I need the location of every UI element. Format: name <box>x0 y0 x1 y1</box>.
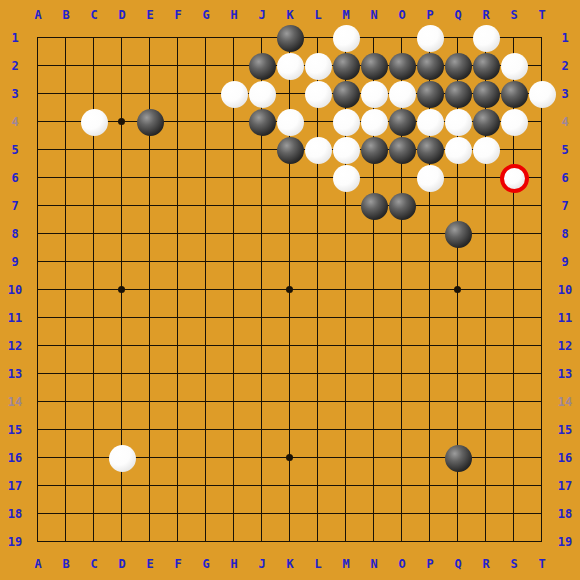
intersection-J8[interactable] <box>248 220 276 248</box>
intersection-M15[interactable] <box>332 416 360 444</box>
intersection-G17[interactable] <box>192 472 220 500</box>
intersection-K6[interactable] <box>276 164 304 192</box>
intersection-D8[interactable] <box>108 220 136 248</box>
intersection-E14[interactable] <box>136 388 164 416</box>
intersection-N10[interactable] <box>360 276 388 304</box>
intersection-S6[interactable] <box>500 164 528 192</box>
intersection-P12[interactable] <box>416 332 444 360</box>
intersection-E6[interactable] <box>136 164 164 192</box>
intersection-T10[interactable] <box>528 276 556 304</box>
intersection-R5[interactable] <box>472 136 500 164</box>
intersection-N19[interactable] <box>360 528 388 556</box>
intersection-L6[interactable] <box>304 164 332 192</box>
intersection-K15[interactable] <box>276 416 304 444</box>
intersection-F9[interactable] <box>164 248 192 276</box>
intersection-F1[interactable] <box>164 24 192 52</box>
intersection-M13[interactable] <box>332 360 360 388</box>
intersection-F18[interactable] <box>164 500 192 528</box>
intersection-B7[interactable] <box>52 192 80 220</box>
intersection-F10[interactable] <box>164 276 192 304</box>
intersection-P1[interactable] <box>416 24 444 52</box>
intersection-G9[interactable] <box>192 248 220 276</box>
intersection-A9[interactable] <box>24 248 52 276</box>
intersection-H7[interactable] <box>220 192 248 220</box>
intersection-H2[interactable] <box>220 52 248 80</box>
intersection-N14[interactable] <box>360 388 388 416</box>
intersection-J18[interactable] <box>248 500 276 528</box>
intersection-M12[interactable] <box>332 332 360 360</box>
intersection-H10[interactable] <box>220 276 248 304</box>
intersection-H1[interactable] <box>220 24 248 52</box>
intersection-D18[interactable] <box>108 500 136 528</box>
intersection-O3[interactable] <box>388 80 416 108</box>
intersection-R14[interactable] <box>472 388 500 416</box>
intersection-P3[interactable] <box>416 80 444 108</box>
intersection-S12[interactable] <box>500 332 528 360</box>
intersection-P17[interactable] <box>416 472 444 500</box>
intersection-D6[interactable] <box>108 164 136 192</box>
intersection-C9[interactable] <box>80 248 108 276</box>
intersection-J10[interactable] <box>248 276 276 304</box>
intersection-M17[interactable] <box>332 472 360 500</box>
intersection-T3[interactable] <box>528 80 556 108</box>
intersection-M1[interactable] <box>332 24 360 52</box>
intersection-A7[interactable] <box>24 192 52 220</box>
intersection-L3[interactable] <box>304 80 332 108</box>
intersection-K13[interactable] <box>276 360 304 388</box>
intersection-S11[interactable] <box>500 304 528 332</box>
intersection-K9[interactable] <box>276 248 304 276</box>
intersection-L14[interactable] <box>304 388 332 416</box>
intersection-A5[interactable] <box>24 136 52 164</box>
intersection-F14[interactable] <box>164 388 192 416</box>
intersection-A8[interactable] <box>24 220 52 248</box>
intersection-F13[interactable] <box>164 360 192 388</box>
intersection-M4[interactable] <box>332 108 360 136</box>
intersection-P15[interactable] <box>416 416 444 444</box>
intersection-L19[interactable] <box>304 528 332 556</box>
intersection-P13[interactable] <box>416 360 444 388</box>
intersection-B4[interactable] <box>52 108 80 136</box>
intersection-T2[interactable] <box>528 52 556 80</box>
intersection-F12[interactable] <box>164 332 192 360</box>
intersection-M5[interactable] <box>332 136 360 164</box>
intersection-H11[interactable] <box>220 304 248 332</box>
intersection-G2[interactable] <box>192 52 220 80</box>
intersection-E15[interactable] <box>136 416 164 444</box>
intersection-E16[interactable] <box>136 444 164 472</box>
intersection-G16[interactable] <box>192 444 220 472</box>
intersection-R15[interactable] <box>472 416 500 444</box>
intersection-B5[interactable] <box>52 136 80 164</box>
intersection-O4[interactable] <box>388 108 416 136</box>
intersection-Q2[interactable] <box>444 52 472 80</box>
intersection-T4[interactable] <box>528 108 556 136</box>
intersection-D3[interactable] <box>108 80 136 108</box>
intersection-F11[interactable] <box>164 304 192 332</box>
intersection-L4[interactable] <box>304 108 332 136</box>
intersection-A14[interactable] <box>24 388 52 416</box>
intersection-Q18[interactable] <box>444 500 472 528</box>
intersection-Q3[interactable] <box>444 80 472 108</box>
intersection-N8[interactable] <box>360 220 388 248</box>
intersection-T6[interactable] <box>528 164 556 192</box>
intersection-H14[interactable] <box>220 388 248 416</box>
intersection-J19[interactable] <box>248 528 276 556</box>
intersection-S7[interactable] <box>500 192 528 220</box>
intersection-T19[interactable] <box>528 528 556 556</box>
intersection-T17[interactable] <box>528 472 556 500</box>
intersection-G15[interactable] <box>192 416 220 444</box>
intersection-P2[interactable] <box>416 52 444 80</box>
intersection-L1[interactable] <box>304 24 332 52</box>
intersection-T9[interactable] <box>528 248 556 276</box>
intersection-Q4[interactable] <box>444 108 472 136</box>
intersection-B19[interactable] <box>52 528 80 556</box>
intersection-M3[interactable] <box>332 80 360 108</box>
intersection-L7[interactable] <box>304 192 332 220</box>
intersection-J16[interactable] <box>248 444 276 472</box>
intersection-M7[interactable] <box>332 192 360 220</box>
intersection-Q17[interactable] <box>444 472 472 500</box>
intersection-H9[interactable] <box>220 248 248 276</box>
intersection-C4[interactable] <box>80 108 108 136</box>
intersection-H12[interactable] <box>220 332 248 360</box>
intersection-K4[interactable] <box>276 108 304 136</box>
intersection-D12[interactable] <box>108 332 136 360</box>
intersection-E13[interactable] <box>136 360 164 388</box>
intersection-M11[interactable] <box>332 304 360 332</box>
intersection-M2[interactable] <box>332 52 360 80</box>
intersection-Q9[interactable] <box>444 248 472 276</box>
intersection-E1[interactable] <box>136 24 164 52</box>
intersection-J12[interactable] <box>248 332 276 360</box>
intersection-N18[interactable] <box>360 500 388 528</box>
intersection-S8[interactable] <box>500 220 528 248</box>
intersection-A3[interactable] <box>24 80 52 108</box>
intersection-K10[interactable] <box>276 276 304 304</box>
intersection-R7[interactable] <box>472 192 500 220</box>
intersection-R18[interactable] <box>472 500 500 528</box>
intersection-R16[interactable] <box>472 444 500 472</box>
intersection-P11[interactable] <box>416 304 444 332</box>
intersection-P10[interactable] <box>416 276 444 304</box>
intersection-S5[interactable] <box>500 136 528 164</box>
intersection-D14[interactable] <box>108 388 136 416</box>
intersection-T14[interactable] <box>528 388 556 416</box>
intersection-J11[interactable] <box>248 304 276 332</box>
intersection-C16[interactable] <box>80 444 108 472</box>
intersection-R19[interactable] <box>472 528 500 556</box>
intersection-G4[interactable] <box>192 108 220 136</box>
intersection-Q12[interactable] <box>444 332 472 360</box>
intersection-K16[interactable] <box>276 444 304 472</box>
intersection-J7[interactable] <box>248 192 276 220</box>
intersection-K11[interactable] <box>276 304 304 332</box>
intersection-G6[interactable] <box>192 164 220 192</box>
intersection-F4[interactable] <box>164 108 192 136</box>
intersection-L10[interactable] <box>304 276 332 304</box>
intersection-N12[interactable] <box>360 332 388 360</box>
intersection-N11[interactable] <box>360 304 388 332</box>
intersection-B10[interactable] <box>52 276 80 304</box>
intersection-G14[interactable] <box>192 388 220 416</box>
intersection-G1[interactable] <box>192 24 220 52</box>
intersection-L9[interactable] <box>304 248 332 276</box>
intersection-R6[interactable] <box>472 164 500 192</box>
intersection-Q7[interactable] <box>444 192 472 220</box>
intersection-L2[interactable] <box>304 52 332 80</box>
intersection-A15[interactable] <box>24 416 52 444</box>
intersection-G19[interactable] <box>192 528 220 556</box>
intersection-H19[interactable] <box>220 528 248 556</box>
intersection-S1[interactable] <box>500 24 528 52</box>
intersection-R11[interactable] <box>472 304 500 332</box>
intersection-S13[interactable] <box>500 360 528 388</box>
intersection-D19[interactable] <box>108 528 136 556</box>
intersection-H16[interactable] <box>220 444 248 472</box>
intersection-A19[interactable] <box>24 528 52 556</box>
intersection-K2[interactable] <box>276 52 304 80</box>
intersection-M6[interactable] <box>332 164 360 192</box>
intersection-F7[interactable] <box>164 192 192 220</box>
intersection-B14[interactable] <box>52 388 80 416</box>
intersection-T8[interactable] <box>528 220 556 248</box>
intersection-K17[interactable] <box>276 472 304 500</box>
intersection-K7[interactable] <box>276 192 304 220</box>
intersection-M16[interactable] <box>332 444 360 472</box>
intersection-K19[interactable] <box>276 528 304 556</box>
intersection-H3[interactable] <box>220 80 248 108</box>
intersection-D9[interactable] <box>108 248 136 276</box>
intersection-M18[interactable] <box>332 500 360 528</box>
intersection-S4[interactable] <box>500 108 528 136</box>
intersection-O6[interactable] <box>388 164 416 192</box>
intersection-K8[interactable] <box>276 220 304 248</box>
intersection-N17[interactable] <box>360 472 388 500</box>
intersection-M19[interactable] <box>332 528 360 556</box>
intersection-S3[interactable] <box>500 80 528 108</box>
intersection-P14[interactable] <box>416 388 444 416</box>
intersection-T15[interactable] <box>528 416 556 444</box>
intersection-D7[interactable] <box>108 192 136 220</box>
intersection-F2[interactable] <box>164 52 192 80</box>
intersection-B9[interactable] <box>52 248 80 276</box>
intersection-K1[interactable] <box>276 24 304 52</box>
intersection-B17[interactable] <box>52 472 80 500</box>
intersection-Q10[interactable] <box>444 276 472 304</box>
intersection-N13[interactable] <box>360 360 388 388</box>
intersection-L11[interactable] <box>304 304 332 332</box>
intersection-C7[interactable] <box>80 192 108 220</box>
intersection-D15[interactable] <box>108 416 136 444</box>
intersection-C13[interactable] <box>80 360 108 388</box>
intersection-N7[interactable] <box>360 192 388 220</box>
intersection-E8[interactable] <box>136 220 164 248</box>
intersection-R4[interactable] <box>472 108 500 136</box>
intersection-G5[interactable] <box>192 136 220 164</box>
intersection-K18[interactable] <box>276 500 304 528</box>
intersection-Q8[interactable] <box>444 220 472 248</box>
intersection-Q19[interactable] <box>444 528 472 556</box>
intersection-S9[interactable] <box>500 248 528 276</box>
intersection-G7[interactable] <box>192 192 220 220</box>
intersection-A11[interactable] <box>24 304 52 332</box>
intersection-B3[interactable] <box>52 80 80 108</box>
intersection-P4[interactable] <box>416 108 444 136</box>
intersection-D17[interactable] <box>108 472 136 500</box>
intersection-F17[interactable] <box>164 472 192 500</box>
intersection-M9[interactable] <box>332 248 360 276</box>
intersection-D2[interactable] <box>108 52 136 80</box>
intersection-B11[interactable] <box>52 304 80 332</box>
intersection-H13[interactable] <box>220 360 248 388</box>
intersection-A6[interactable] <box>24 164 52 192</box>
intersection-F5[interactable] <box>164 136 192 164</box>
intersection-E5[interactable] <box>136 136 164 164</box>
intersection-S19[interactable] <box>500 528 528 556</box>
intersection-A16[interactable] <box>24 444 52 472</box>
intersection-O1[interactable] <box>388 24 416 52</box>
intersection-L13[interactable] <box>304 360 332 388</box>
intersection-O18[interactable] <box>388 500 416 528</box>
intersection-C17[interactable] <box>80 472 108 500</box>
intersection-B18[interactable] <box>52 500 80 528</box>
intersection-D1[interactable] <box>108 24 136 52</box>
intersection-H15[interactable] <box>220 416 248 444</box>
intersection-C15[interactable] <box>80 416 108 444</box>
intersection-R8[interactable] <box>472 220 500 248</box>
intersection-B12[interactable] <box>52 332 80 360</box>
intersection-T18[interactable] <box>528 500 556 528</box>
intersection-C12[interactable] <box>80 332 108 360</box>
intersection-J15[interactable] <box>248 416 276 444</box>
intersection-C5[interactable] <box>80 136 108 164</box>
intersection-S2[interactable] <box>500 52 528 80</box>
intersection-P8[interactable] <box>416 220 444 248</box>
intersection-A12[interactable] <box>24 332 52 360</box>
intersection-D11[interactable] <box>108 304 136 332</box>
intersection-A10[interactable] <box>24 276 52 304</box>
intersection-G11[interactable] <box>192 304 220 332</box>
intersection-E4[interactable] <box>136 108 164 136</box>
intersection-C10[interactable] <box>80 276 108 304</box>
intersection-A4[interactable] <box>24 108 52 136</box>
intersection-J4[interactable] <box>248 108 276 136</box>
intersection-J14[interactable] <box>248 388 276 416</box>
intersection-L15[interactable] <box>304 416 332 444</box>
intersection-O13[interactable] <box>388 360 416 388</box>
intersection-P6[interactable] <box>416 164 444 192</box>
intersection-J1[interactable] <box>248 24 276 52</box>
intersection-S10[interactable] <box>500 276 528 304</box>
intersection-Q11[interactable] <box>444 304 472 332</box>
intersection-E19[interactable] <box>136 528 164 556</box>
intersection-E18[interactable] <box>136 500 164 528</box>
intersection-O5[interactable] <box>388 136 416 164</box>
intersection-F3[interactable] <box>164 80 192 108</box>
intersection-Q14[interactable] <box>444 388 472 416</box>
intersection-E11[interactable] <box>136 304 164 332</box>
intersection-A17[interactable] <box>24 472 52 500</box>
intersection-C8[interactable] <box>80 220 108 248</box>
intersection-T16[interactable] <box>528 444 556 472</box>
intersection-C2[interactable] <box>80 52 108 80</box>
intersection-J6[interactable] <box>248 164 276 192</box>
intersection-K14[interactable] <box>276 388 304 416</box>
intersection-L18[interactable] <box>304 500 332 528</box>
intersection-C3[interactable] <box>80 80 108 108</box>
intersection-C6[interactable] <box>80 164 108 192</box>
intersection-J5[interactable] <box>248 136 276 164</box>
intersection-O9[interactable] <box>388 248 416 276</box>
intersection-L5[interactable] <box>304 136 332 164</box>
intersection-O7[interactable] <box>388 192 416 220</box>
intersection-J9[interactable] <box>248 248 276 276</box>
intersection-Q6[interactable] <box>444 164 472 192</box>
intersection-O16[interactable] <box>388 444 416 472</box>
intersection-D10[interactable] <box>108 276 136 304</box>
intersection-F16[interactable] <box>164 444 192 472</box>
intersection-E2[interactable] <box>136 52 164 80</box>
intersection-K12[interactable] <box>276 332 304 360</box>
intersection-E12[interactable] <box>136 332 164 360</box>
intersection-O19[interactable] <box>388 528 416 556</box>
intersection-J2[interactable] <box>248 52 276 80</box>
intersection-P9[interactable] <box>416 248 444 276</box>
intersection-P19[interactable] <box>416 528 444 556</box>
intersection-F6[interactable] <box>164 164 192 192</box>
intersection-J3[interactable] <box>248 80 276 108</box>
intersection-N3[interactable] <box>360 80 388 108</box>
intersection-L16[interactable] <box>304 444 332 472</box>
intersection-T5[interactable] <box>528 136 556 164</box>
intersection-A13[interactable] <box>24 360 52 388</box>
intersection-S16[interactable] <box>500 444 528 472</box>
intersection-R12[interactable] <box>472 332 500 360</box>
intersection-R3[interactable] <box>472 80 500 108</box>
intersection-R2[interactable] <box>472 52 500 80</box>
intersection-T11[interactable] <box>528 304 556 332</box>
intersection-L17[interactable] <box>304 472 332 500</box>
intersection-B6[interactable] <box>52 164 80 192</box>
intersection-F15[interactable] <box>164 416 192 444</box>
intersection-F8[interactable] <box>164 220 192 248</box>
intersection-D13[interactable] <box>108 360 136 388</box>
intersection-S15[interactable] <box>500 416 528 444</box>
intersection-T12[interactable] <box>528 332 556 360</box>
intersection-A1[interactable] <box>24 24 52 52</box>
intersection-K5[interactable] <box>276 136 304 164</box>
intersection-B16[interactable] <box>52 444 80 472</box>
intersection-B15[interactable] <box>52 416 80 444</box>
intersection-M14[interactable] <box>332 388 360 416</box>
intersection-R10[interactable] <box>472 276 500 304</box>
intersection-N5[interactable] <box>360 136 388 164</box>
intersection-D4[interactable] <box>108 108 136 136</box>
intersection-B2[interactable] <box>52 52 80 80</box>
intersection-C11[interactable] <box>80 304 108 332</box>
intersection-B8[interactable] <box>52 220 80 248</box>
intersection-R13[interactable] <box>472 360 500 388</box>
intersection-N9[interactable] <box>360 248 388 276</box>
intersection-Q5[interactable] <box>444 136 472 164</box>
intersection-H6[interactable] <box>220 164 248 192</box>
intersection-N6[interactable] <box>360 164 388 192</box>
intersection-M10[interactable] <box>332 276 360 304</box>
intersection-M8[interactable] <box>332 220 360 248</box>
intersection-S17[interactable] <box>500 472 528 500</box>
